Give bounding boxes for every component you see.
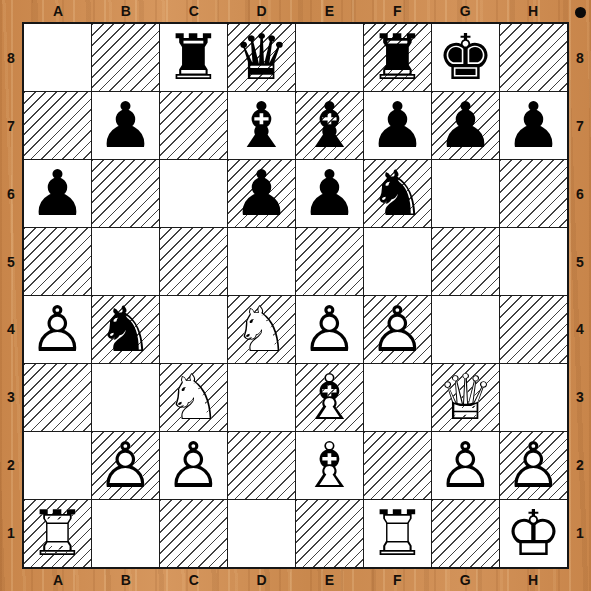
square-d4[interactable]: ♞♘: [228, 296, 295, 363]
file-label-bottom-e: E: [296, 569, 364, 591]
piece-glyph: ♟: [437, 89, 493, 162]
piece-glyph: ♞: [369, 157, 425, 230]
piece-white-rook: ♜♖: [369, 502, 425, 565]
piece-white-queen: ♛♕: [437, 366, 493, 429]
piece-black-pawn: ♟: [29, 162, 85, 225]
square-d5[interactable]: [228, 228, 295, 295]
piece-white-knight: ♞♘: [165, 366, 221, 429]
piece-black-king: ♚: [437, 26, 493, 89]
piece-white-pawn: ♟♙: [29, 298, 85, 361]
square-a1[interactable]: ♜♖: [24, 500, 91, 567]
piece-black-rook: ♜: [165, 26, 221, 89]
piece-glyph: ♘: [233, 293, 289, 366]
square-h3[interactable]: [500, 364, 567, 431]
rank-label-left-5: 5: [0, 228, 22, 296]
piece-white-pawn: ♟♙: [505, 434, 561, 497]
piece-glyph: ♙: [437, 429, 493, 502]
square-e5[interactable]: [296, 228, 363, 295]
file-label-bottom-d: D: [228, 569, 296, 591]
square-f6[interactable]: ♞: [364, 160, 431, 227]
square-h8[interactable]: [500, 24, 567, 91]
square-d2[interactable]: [228, 432, 295, 499]
square-a8[interactable]: [24, 24, 91, 91]
chess-board: ♜♛♜♚♟♝♝♟♟♟♟♟♟♞♟♙♞♞♘♟♙♟♙♞♘♝♗♛♕♟♙♟♙♝♗♟♙♟♙♜…: [22, 22, 569, 569]
rank-label-left-4: 4: [0, 296, 22, 364]
file-label-top-g: G: [431, 0, 499, 22]
rank-label-right-7: 7: [569, 92, 591, 160]
piece-glyph: ♙: [301, 293, 357, 366]
square-c5[interactable]: [160, 228, 227, 295]
piece-glyph: ♙: [505, 429, 561, 502]
square-d7[interactable]: ♝: [228, 92, 295, 159]
file-labels-bottom: ABCDEFGH: [24, 569, 567, 591]
piece-white-king: ♚♔: [505, 502, 561, 565]
piece-black-bishop: ♝: [301, 94, 357, 157]
piece-glyph: ♗: [301, 429, 357, 502]
square-e7[interactable]: ♝: [296, 92, 363, 159]
rank-label-left-3: 3: [0, 363, 22, 431]
square-g8[interactable]: ♚: [432, 24, 499, 91]
piece-glyph: ♟: [301, 157, 357, 230]
piece-black-pawn: ♟: [97, 94, 153, 157]
file-label-bottom-f: F: [363, 569, 431, 591]
piece-glyph: ♟: [505, 89, 561, 162]
piece-glyph: ♙: [97, 429, 153, 502]
piece-glyph: ♔: [505, 497, 561, 570]
rank-label-left-6: 6: [0, 160, 22, 228]
square-d6[interactable]: ♟: [228, 160, 295, 227]
rank-label-right-3: 3: [569, 363, 591, 431]
rank-label-right-4: 4: [569, 296, 591, 364]
black-to-move-indicator: [569, 0, 591, 24]
piece-black-pawn: ♟: [369, 94, 425, 157]
square-g2[interactable]: ♟♙: [432, 432, 499, 499]
square-g7[interactable]: ♟: [432, 92, 499, 159]
rank-label-right-8: 8: [569, 24, 591, 92]
rank-labels-left: 87654321: [0, 24, 22, 567]
piece-white-knight: ♞♘: [233, 298, 289, 361]
file-label-bottom-a: A: [24, 569, 92, 591]
file-label-bottom-b: B: [92, 569, 160, 591]
file-label-top-c: C: [160, 0, 228, 22]
square-b8[interactable]: [92, 24, 159, 91]
piece-black-queen: ♛: [233, 26, 289, 89]
square-g6[interactable]: [432, 160, 499, 227]
square-c2[interactable]: ♟♙: [160, 432, 227, 499]
square-h4[interactable]: [500, 296, 567, 363]
piece-black-pawn: ♟: [505, 94, 561, 157]
piece-glyph: ♟: [29, 157, 85, 230]
piece-glyph: ♞: [97, 293, 153, 366]
square-c1[interactable]: [160, 500, 227, 567]
square-f1[interactable]: ♜♖: [364, 500, 431, 567]
piece-glyph: ♛: [233, 21, 289, 94]
piece-white-pawn: ♟♙: [97, 434, 153, 497]
file-label-top-f: F: [363, 0, 431, 22]
square-f3[interactable]: [364, 364, 431, 431]
square-e1[interactable]: [296, 500, 363, 567]
piece-glyph: ♙: [165, 429, 221, 502]
rank-label-right-2: 2: [569, 431, 591, 499]
square-f8[interactable]: ♜: [364, 24, 431, 91]
square-f2[interactable]: [364, 432, 431, 499]
piece-white-rook: ♜♖: [29, 502, 85, 565]
square-f5[interactable]: [364, 228, 431, 295]
rank-label-right-1: 1: [569, 499, 591, 567]
piece-black-knight: ♞: [369, 162, 425, 225]
rank-label-left-2: 2: [0, 431, 22, 499]
square-d1[interactable]: [228, 500, 295, 567]
square-c6[interactable]: [160, 160, 227, 227]
file-label-top-e: E: [296, 0, 364, 22]
square-b5[interactable]: [92, 228, 159, 295]
piece-white-pawn: ♟♙: [437, 434, 493, 497]
piece-white-pawn: ♟♙: [165, 434, 221, 497]
file-label-bottom-c: C: [160, 569, 228, 591]
piece-glyph: ♙: [29, 293, 85, 366]
square-b2[interactable]: ♟♙: [92, 432, 159, 499]
piece-white-pawn: ♟♙: [301, 298, 357, 361]
square-e2[interactable]: ♝♗: [296, 432, 363, 499]
square-a4[interactable]: ♟♙: [24, 296, 91, 363]
square-e8[interactable]: [296, 24, 363, 91]
file-label-top-b: B: [92, 0, 160, 22]
rank-label-left-7: 7: [0, 92, 22, 160]
piece-white-bishop: ♝♗: [301, 366, 357, 429]
square-c7[interactable]: [160, 92, 227, 159]
piece-glyph: ♘: [165, 361, 221, 434]
square-h5[interactable]: [500, 228, 567, 295]
piece-glyph: ♗: [301, 361, 357, 434]
piece-black-knight: ♞: [97, 298, 153, 361]
piece-white-pawn: ♟♙: [369, 298, 425, 361]
piece-glyph: ♙: [369, 293, 425, 366]
square-d3[interactable]: [228, 364, 295, 431]
square-h1[interactable]: ♚♔: [500, 500, 567, 567]
square-c3[interactable]: ♞♘: [160, 364, 227, 431]
piece-glyph: ♟: [97, 89, 153, 162]
square-a5[interactable]: [24, 228, 91, 295]
black-dot-icon: [575, 7, 586, 18]
square-e3[interactable]: ♝♗: [296, 364, 363, 431]
square-e4[interactable]: ♟♙: [296, 296, 363, 363]
square-b6[interactable]: [92, 160, 159, 227]
square-e6[interactable]: ♟: [296, 160, 363, 227]
square-h7[interactable]: ♟: [500, 92, 567, 159]
rank-label-left-8: 8: [0, 24, 22, 92]
square-a2[interactable]: [24, 432, 91, 499]
rank-label-right-5: 5: [569, 228, 591, 296]
chess-diagram: ABCDEFGH ABCDEFGH 87654321 87654321 ♜♛♜♚…: [0, 0, 591, 591]
file-label-bottom-h: H: [499, 569, 567, 591]
piece-glyph: ♝: [233, 89, 289, 162]
square-g5[interactable]: [432, 228, 499, 295]
piece-white-bishop: ♝♗: [301, 434, 357, 497]
square-a6[interactable]: ♟: [24, 160, 91, 227]
file-labels-top: ABCDEFGH: [24, 0, 567, 22]
square-c4[interactable]: [160, 296, 227, 363]
square-c8[interactable]: ♜: [160, 24, 227, 91]
square-g3[interactable]: ♛♕: [432, 364, 499, 431]
piece-black-pawn: ♟: [301, 162, 357, 225]
piece-glyph: ♜: [165, 21, 221, 94]
square-d8[interactable]: ♛: [228, 24, 295, 91]
file-label-top-a: A: [24, 0, 92, 22]
rank-labels-right: 87654321: [569, 24, 591, 567]
piece-glyph: ♖: [29, 497, 85, 570]
piece-black-pawn: ♟: [437, 94, 493, 157]
rank-label-left-1: 1: [0, 499, 22, 567]
piece-glyph: ♕: [437, 361, 493, 434]
file-label-top-d: D: [228, 0, 296, 22]
rank-label-right-6: 6: [569, 160, 591, 228]
file-label-bottom-g: G: [431, 569, 499, 591]
square-g4[interactable]: [432, 296, 499, 363]
file-label-top-h: H: [499, 0, 567, 22]
piece-glyph: ♟: [369, 89, 425, 162]
piece-glyph: ♝: [301, 89, 357, 162]
piece-glyph: ♜: [369, 21, 425, 94]
piece-glyph: ♖: [369, 497, 425, 570]
piece-black-bishop: ♝: [233, 94, 289, 157]
piece-glyph: ♟: [233, 157, 289, 230]
square-f4[interactable]: ♟♙: [364, 296, 431, 363]
square-f7[interactable]: ♟: [364, 92, 431, 159]
square-b3[interactable]: [92, 364, 159, 431]
square-h6[interactable]: [500, 160, 567, 227]
square-b7[interactable]: ♟: [92, 92, 159, 159]
square-a3[interactable]: [24, 364, 91, 431]
square-a7[interactable]: [24, 92, 91, 159]
square-b4[interactable]: ♞: [92, 296, 159, 363]
piece-black-rook: ♜: [369, 26, 425, 89]
piece-glyph: ♚: [437, 21, 493, 94]
square-h2[interactable]: ♟♙: [500, 432, 567, 499]
square-g1[interactable]: [432, 500, 499, 567]
piece-black-pawn: ♟: [233, 162, 289, 225]
square-b1[interactable]: [92, 500, 159, 567]
